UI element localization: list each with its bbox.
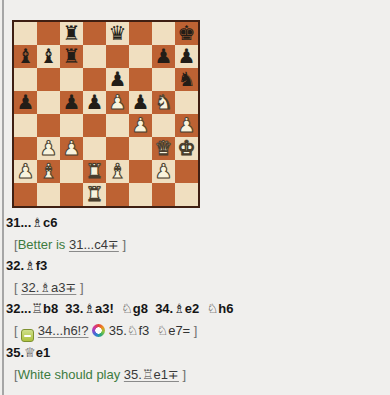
square-b4[interactable] <box>37 114 60 137</box>
square-g8[interactable] <box>152 22 175 45</box>
notation-panel: 31...♗c6[Better is 31...c4∓ ]32.♗f3[ 32.… <box>0 209 390 386</box>
square-c3[interactable]: ♟ <box>60 137 83 160</box>
square-h4[interactable]: ♟ <box>175 114 198 137</box>
square-d1[interactable]: ♜ <box>83 183 106 206</box>
square-h2[interactable] <box>175 160 198 183</box>
white-pawn-b3: ♟ <box>40 137 58 160</box>
white-bishop-b2: ♝ <box>40 160 58 183</box>
square-f5[interactable]: ♟ <box>129 91 152 114</box>
square-h1[interactable] <box>175 183 198 206</box>
black-pawn-a5: ♟ <box>17 91 35 114</box>
move-text[interactable]: 35.♕e1 <box>6 345 50 360</box>
bracket-text: ] <box>194 323 198 338</box>
square-e8[interactable]: ♛ <box>106 22 129 45</box>
square-f4[interactable]: ♟ <box>129 114 152 137</box>
square-a6[interactable] <box>14 68 37 91</box>
square-c7[interactable]: ♜ <box>60 45 83 68</box>
black-pawn-e6: ♟ <box>109 68 127 91</box>
square-e1[interactable] <box>106 183 129 206</box>
white-pawn-c3: ♟ <box>63 137 81 160</box>
white-pawn-f4: ♟ <box>132 114 150 137</box>
move-link[interactable]: 34...h6!? <box>38 323 89 338</box>
mainline-move: 35.♕e1 <box>0 342 390 364</box>
comment-text: Better is <box>18 237 69 252</box>
black-pawn-g7: ♟ <box>155 45 173 68</box>
square-f8[interactable] <box>129 22 152 45</box>
black-queen-e8: ♛ <box>109 22 127 45</box>
square-d7[interactable] <box>83 45 106 68</box>
square-a4[interactable] <box>14 114 37 137</box>
white-pawn-h4: ♟ <box>178 114 196 137</box>
square-a2[interactable]: ♟ <box>14 160 37 183</box>
square-a3[interactable] <box>14 137 37 160</box>
equal-eval-icon <box>21 329 34 342</box>
square-b2[interactable]: ♝ <box>37 160 60 183</box>
chess-board-frame: ♜♛♚♝♝♜♟♟♟♞♟♟♟♟♟♞♟♟♟♟♛♚♟♝♜♝♟♜ <box>12 20 200 208</box>
square-d4[interactable] <box>83 114 106 137</box>
move-text[interactable]: 32.♗f3 <box>6 258 47 273</box>
black-pawn-c5: ♟ <box>63 91 81 114</box>
square-f6[interactable] <box>129 68 152 91</box>
white-pawn-g2: ♟ <box>155 160 173 183</box>
square-c6[interactable] <box>60 68 83 91</box>
square-c1[interactable] <box>60 183 83 206</box>
square-b3[interactable]: ♟ <box>37 137 60 160</box>
black-pawn-f5: ♟ <box>132 91 150 114</box>
square-e5[interactable]: ♟ <box>106 91 129 114</box>
mainline-move: 32...♖b8 33.♗a3! ♘g8 34.♗e2 ♘h6 <box>0 298 390 320</box>
square-h7[interactable]: ♟ <box>175 45 198 68</box>
square-e7[interactable] <box>106 45 129 68</box>
white-pawn-e5: ♟ <box>109 91 127 114</box>
square-h3[interactable]: ♚ <box>175 137 198 160</box>
square-g2[interactable]: ♟ <box>152 160 175 183</box>
square-b6[interactable] <box>37 68 60 91</box>
square-a1[interactable] <box>14 183 37 206</box>
variation-line: [ 32.♗a3∓ ] <box>0 277 390 299</box>
square-d3[interactable] <box>83 137 106 160</box>
square-b5[interactable] <box>37 91 60 114</box>
variation-line: [ 34...h6!? 35.♘f3 ♘e7= ] <box>0 320 390 343</box>
square-d6[interactable] <box>83 68 106 91</box>
square-e6[interactable]: ♟ <box>106 68 129 91</box>
color-wheel-icon <box>92 324 105 337</box>
move-link[interactable]: 31...c4∓ <box>69 237 119 252</box>
square-g6[interactable] <box>152 68 175 91</box>
square-d8[interactable] <box>83 22 106 45</box>
black-bishop-b7: ♝ <box>40 45 58 68</box>
move-link[interactable]: 32.♗a3∓ <box>21 280 76 295</box>
square-e2[interactable]: ♝ <box>106 160 129 183</box>
white-rook-d1: ♜ <box>86 183 104 206</box>
square-h8[interactable]: ♚ <box>175 22 198 45</box>
square-h6[interactable]: ♞ <box>175 68 198 91</box>
square-f2[interactable] <box>129 160 152 183</box>
variation-line: [Better is 31...c4∓ ] <box>0 234 390 256</box>
square-g4[interactable] <box>152 114 175 137</box>
square-a7[interactable]: ♝ <box>14 45 37 68</box>
move-text[interactable]: 31...♗c6 <box>6 215 57 230</box>
comment-text: White should play <box>18 367 124 382</box>
square-a8[interactable] <box>14 22 37 45</box>
square-a5[interactable]: ♟ <box>14 91 37 114</box>
bracket-text: [ <box>14 323 21 338</box>
black-rook-c7: ♜ <box>63 45 81 68</box>
move-link[interactable]: 35.♖e1∓ <box>124 367 179 382</box>
square-g1[interactable] <box>152 183 175 206</box>
square-b8[interactable] <box>37 22 60 45</box>
move-text[interactable]: 32...♖b8 33.♗a3! ♘g8 34.♗e2 ♘h6 <box>6 301 233 316</box>
white-knight-g5: ♞ <box>155 91 173 114</box>
bracket-text: ] <box>179 367 186 382</box>
square-g5[interactable]: ♞ <box>152 91 175 114</box>
variation-move-text: 35.♘f3 ♘e7= <box>105 323 194 338</box>
white-rook-d2: ♜ <box>86 160 104 183</box>
variation-line: [White should play 35.♖e1∓ ] <box>0 364 390 386</box>
square-e3[interactable] <box>106 137 129 160</box>
square-c8[interactable]: ♜ <box>60 22 83 45</box>
square-f7[interactable] <box>129 45 152 68</box>
square-c2[interactable] <box>60 160 83 183</box>
square-g3[interactable]: ♛ <box>152 137 175 160</box>
black-rook-c8: ♜ <box>63 22 81 45</box>
mainline-move: 32.♗f3 <box>0 255 390 277</box>
black-pawn-h7: ♟ <box>178 45 196 68</box>
square-d2[interactable]: ♜ <box>83 160 106 183</box>
square-h5[interactable] <box>175 91 198 114</box>
black-pawn-d5: ♟ <box>86 91 104 114</box>
white-pawn-a2: ♟ <box>17 160 35 183</box>
square-b7[interactable]: ♝ <box>37 45 60 68</box>
square-c4[interactable] <box>60 114 83 137</box>
square-f1[interactable] <box>129 183 152 206</box>
bracket-text: ] <box>119 237 126 252</box>
square-d5[interactable]: ♟ <box>83 91 106 114</box>
chess-board[interactable]: ♜♛♚♝♝♜♟♟♟♞♟♟♟♟♟♞♟♟♟♟♛♚♟♝♜♝♟♜ <box>14 22 198 206</box>
white-queen-g3: ♛ <box>155 137 173 160</box>
mainline-move: 31...♗c6 <box>0 212 390 234</box>
square-g7[interactable]: ♟ <box>152 45 175 68</box>
bracket-text: ] <box>76 280 83 295</box>
square-e4[interactable] <box>106 114 129 137</box>
white-bishop-e2: ♝ <box>109 160 127 183</box>
square-f3[interactable] <box>129 137 152 160</box>
chessbase-replay-panel: ♜♛♚♝♝♜♟♟♟♞♟♟♟♟♟♞♟♟♟♟♛♚♟♝♜♝♟♜ 31...♗c6[Be… <box>0 0 390 395</box>
white-king-h3: ♚ <box>178 137 196 160</box>
black-king-h8: ♚ <box>178 22 196 45</box>
square-c5[interactable]: ♟ <box>60 91 83 114</box>
black-bishop-a7: ♝ <box>17 45 35 68</box>
square-b1[interactable] <box>37 183 60 206</box>
black-knight-h6: ♞ <box>178 68 196 91</box>
